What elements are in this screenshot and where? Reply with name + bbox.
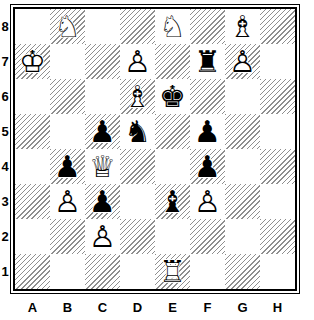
rank-labels: 87654321 — [0, 9, 10, 289]
square-g4[interactable] — [225, 149, 260, 184]
piece-black-pawn: ♟♟ — [194, 117, 221, 147]
piece-white-pawn: ♟♙ — [54, 187, 81, 217]
square-d7[interactable]: ♟♙ — [120, 44, 155, 79]
square-c8[interactable] — [85, 9, 120, 44]
square-b5[interactable] — [50, 114, 85, 149]
square-d5[interactable]: ♞♞ — [120, 114, 155, 149]
square-e2[interactable] — [155, 219, 190, 254]
square-b1[interactable] — [50, 254, 85, 289]
square-e7[interactable] — [155, 44, 190, 79]
rank-label-7: 7 — [0, 44, 10, 79]
square-d8[interactable] — [120, 9, 155, 44]
rank-label-3: 3 — [0, 184, 10, 219]
square-g2[interactable] — [225, 219, 260, 254]
piece-glyph: ♙ — [229, 45, 256, 78]
piece-glyph: ♟ — [194, 150, 221, 183]
piece-black-rook: ♜♜ — [194, 47, 221, 77]
square-a5[interactable] — [15, 114, 50, 149]
file-label-g: G — [225, 298, 260, 316]
rank-label-2: 2 — [0, 219, 10, 254]
piece-black-bishop: ♝♝ — [159, 187, 186, 217]
piece-black-pawn: ♟♟ — [194, 152, 221, 182]
piece-glyph: ♟ — [54, 150, 81, 183]
piece-glyph: ♜ — [194, 45, 221, 78]
square-c7[interactable] — [85, 44, 120, 79]
square-h2[interactable] — [260, 219, 295, 254]
piece-glyph: ♗ — [124, 80, 151, 113]
square-c5[interactable]: ♟♟ — [85, 114, 120, 149]
file-label-c: C — [85, 298, 120, 316]
piece-white-pawn: ♟♙ — [229, 47, 256, 77]
rank-label-1: 1 — [0, 254, 10, 289]
square-c4[interactable]: ♛♕ — [85, 149, 120, 184]
piece-black-pawn: ♟♟ — [89, 117, 116, 147]
square-a1[interactable] — [15, 254, 50, 289]
square-g6[interactable] — [225, 79, 260, 114]
piece-glyph: ♙ — [54, 185, 81, 218]
piece-glyph: ♟ — [89, 115, 116, 148]
piece-glyph: ♚ — [159, 80, 186, 113]
square-a6[interactable] — [15, 79, 50, 114]
piece-white-bishop: ♝♗ — [229, 12, 256, 42]
piece-white-knight: ♞♘ — [54, 12, 81, 42]
board: ♞♘♞♘♝♗♚♔♟♙♜♜♟♙♝♗♚♚♟♟♞♞♟♟♟♟♛♕♟♟♟♙♟♟♝♝♟♙♟♙… — [13, 7, 297, 291]
rank-label-5: 5 — [0, 114, 10, 149]
piece-glyph: ♙ — [194, 185, 221, 218]
square-d1[interactable] — [120, 254, 155, 289]
square-f8[interactable] — [190, 9, 225, 44]
square-c1[interactable] — [85, 254, 120, 289]
square-d2[interactable] — [120, 219, 155, 254]
square-e8[interactable]: ♞♘ — [155, 9, 190, 44]
file-label-a: A — [15, 298, 50, 316]
square-e4[interactable] — [155, 149, 190, 184]
square-d6[interactable]: ♝♗ — [120, 79, 155, 114]
square-d3[interactable] — [120, 184, 155, 219]
square-c6[interactable] — [85, 79, 120, 114]
square-e5[interactable] — [155, 114, 190, 149]
piece-glyph: ♕ — [89, 150, 116, 183]
square-c3[interactable]: ♟♟ — [85, 184, 120, 219]
square-e1[interactable]: ♜♖ — [155, 254, 190, 289]
square-f5[interactable]: ♟♟ — [190, 114, 225, 149]
piece-glyph: ♗ — [229, 10, 256, 43]
square-h7[interactable] — [260, 44, 295, 79]
file-labels: ABCDEFGH — [15, 298, 295, 316]
square-e3[interactable]: ♝♝ — [155, 184, 190, 219]
rank-label-4: 4 — [0, 149, 10, 184]
square-g3[interactable] — [225, 184, 260, 219]
piece-white-king: ♚♔ — [19, 47, 46, 77]
square-f2[interactable] — [190, 219, 225, 254]
piece-white-pawn: ♟♙ — [124, 47, 151, 77]
square-b3[interactable]: ♟♙ — [50, 184, 85, 219]
square-b2[interactable] — [50, 219, 85, 254]
square-b7[interactable] — [50, 44, 85, 79]
piece-glyph: ♟ — [194, 115, 221, 148]
piece-black-king: ♚♚ — [159, 82, 186, 112]
square-d4[interactable] — [120, 149, 155, 184]
square-h3[interactable] — [260, 184, 295, 219]
square-c2[interactable]: ♟♙ — [85, 219, 120, 254]
chess-diagram: 87654321 ♞♘♞♘♝♗♚♔♟♙♜♜♟♙♝♗♚♚♟♟♞♞♟♟♟♟♛♕♟♟♟… — [0, 0, 314, 320]
square-g5[interactable] — [225, 114, 260, 149]
square-a2[interactable] — [15, 219, 50, 254]
square-a4[interactable] — [15, 149, 50, 184]
piece-glyph: ♟ — [89, 185, 116, 218]
piece-glyph: ♙ — [124, 45, 151, 78]
rank-label-6: 6 — [0, 79, 10, 114]
piece-white-pawn: ♟♙ — [194, 187, 221, 217]
square-h6[interactable] — [260, 79, 295, 114]
square-b4[interactable]: ♟♟ — [50, 149, 85, 184]
piece-white-queen: ♛♕ — [89, 152, 116, 182]
piece-glyph: ♘ — [159, 10, 186, 43]
piece-black-pawn: ♟♟ — [89, 187, 116, 217]
square-f7[interactable]: ♜♜ — [190, 44, 225, 79]
piece-glyph: ♘ — [54, 10, 81, 43]
square-f3[interactable]: ♟♙ — [190, 184, 225, 219]
square-h1[interactable] — [260, 254, 295, 289]
square-a7[interactable]: ♚♔ — [15, 44, 50, 79]
square-h5[interactable] — [260, 114, 295, 149]
square-h4[interactable] — [260, 149, 295, 184]
piece-glyph: ♙ — [89, 220, 116, 253]
file-label-e: E — [155, 298, 190, 316]
file-label-b: B — [50, 298, 85, 316]
board-frame: ♞♘♞♘♝♗♚♔♟♙♜♜♟♙♝♗♚♚♟♟♞♞♟♟♟♟♛♕♟♟♟♙♟♟♝♝♟♙♟♙… — [10, 4, 300, 294]
square-f1[interactable] — [190, 254, 225, 289]
square-f6[interactable] — [190, 79, 225, 114]
piece-glyph: ♞ — [124, 115, 151, 148]
square-g8[interactable]: ♝♗ — [225, 9, 260, 44]
square-g1[interactable] — [225, 254, 260, 289]
piece-white-pawn: ♟♙ — [89, 222, 116, 252]
square-h8[interactable] — [260, 9, 295, 44]
piece-black-pawn: ♟♟ — [54, 152, 81, 182]
piece-white-rook: ♜♖ — [159, 257, 186, 287]
piece-white-bishop: ♝♗ — [124, 82, 151, 112]
square-b6[interactable] — [50, 79, 85, 114]
square-a3[interactable] — [15, 184, 50, 219]
file-label-d: D — [120, 298, 155, 316]
rank-label-8: 8 — [0, 9, 10, 44]
square-e6[interactable]: ♚♚ — [155, 79, 190, 114]
file-label-h: H — [260, 298, 295, 316]
square-b8[interactable]: ♞♘ — [50, 9, 85, 44]
piece-black-knight: ♞♞ — [124, 117, 151, 147]
piece-glyph: ♔ — [19, 45, 46, 78]
piece-white-knight: ♞♘ — [159, 12, 186, 42]
piece-glyph: ♝ — [159, 185, 186, 218]
square-g7[interactable]: ♟♙ — [225, 44, 260, 79]
square-a8[interactable] — [15, 9, 50, 44]
file-label-f: F — [190, 298, 225, 316]
piece-glyph: ♖ — [159, 255, 186, 288]
square-f4[interactable]: ♟♟ — [190, 149, 225, 184]
